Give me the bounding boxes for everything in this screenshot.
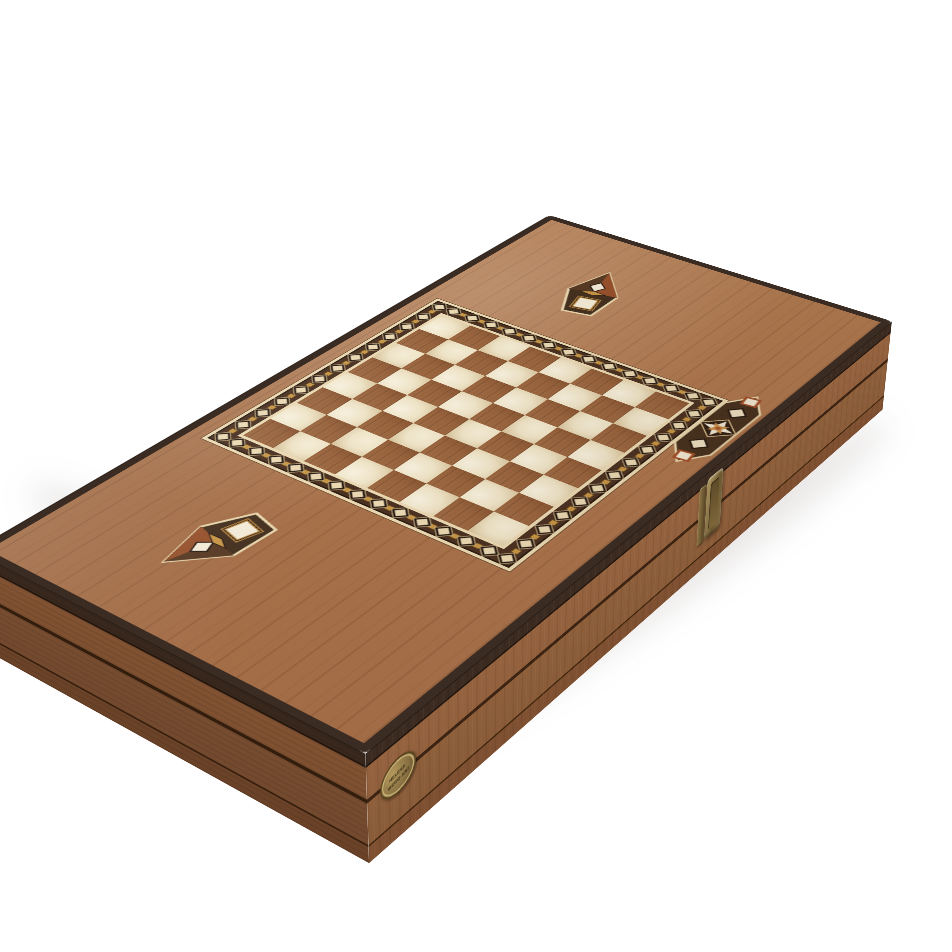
board-square	[460, 479, 519, 511]
band-gold-square-inlay	[471, 543, 483, 550]
board-square	[591, 423, 647, 452]
band-diamond-inlay	[497, 553, 515, 563]
band-diamond-inlay	[229, 439, 244, 447]
board-square	[394, 453, 452, 484]
board-square	[534, 427, 591, 457]
board-square	[367, 470, 426, 502]
band-gold-square-inlay	[240, 444, 252, 450]
band-gold-square-inlay	[665, 428, 676, 434]
board-square	[335, 457, 394, 488]
band-diamond-inlay	[330, 364, 344, 371]
band-diamond-inlay	[293, 386, 307, 394]
band-diamond-inlay	[663, 385, 679, 393]
board-square	[544, 457, 602, 488]
band-diamond-inlay	[642, 377, 658, 385]
band-diamond-inlay	[400, 323, 414, 330]
band-diamond-inlay	[465, 315, 479, 322]
mosaic-border-left	[223, 436, 504, 560]
band-diamond-inlay	[288, 464, 303, 473]
backgammon-chess-case: HELENA WOOD ART	[0, 216, 892, 754]
band-diamond-inlay	[432, 304, 446, 311]
band-diamond-inlay	[215, 433, 230, 441]
band-diamond-inlay	[435, 527, 452, 537]
band-diamond-inlay	[700, 398, 717, 406]
brass-clasp	[696, 466, 725, 551]
band-gold-square-inlay	[583, 492, 595, 498]
board-square	[510, 444, 567, 475]
band-diamond-inlay	[502, 328, 517, 335]
band-diamond-inlay	[601, 363, 617, 370]
band-diamond-inlay	[480, 546, 498, 556]
chessboard-field	[237, 313, 694, 549]
brand-badge: HELENA WOOD ART	[378, 741, 419, 809]
band-diamond-inlay	[383, 333, 397, 340]
board-square	[452, 448, 510, 479]
band-diamond-inlay	[588, 484, 605, 493]
band-diamond-inlay	[255, 409, 270, 417]
band-diamond-inlay	[274, 397, 288, 405]
band-diamond-inlay	[654, 433, 671, 441]
band-gold-square-inlay	[280, 461, 292, 467]
board-square	[477, 431, 534, 461]
band-diamond-inlay	[308, 472, 324, 481]
band-gold-square-inlay	[529, 533, 541, 540]
band-gold-square-inlay	[300, 469, 312, 475]
band-gold-square-inlay	[547, 519, 559, 526]
band-diamond-inlay	[235, 421, 250, 429]
band-gold-square-inlay	[426, 524, 438, 531]
board-square	[519, 475, 578, 507]
band-diamond-inlay	[522, 335, 537, 342]
band-diamond-inlay	[685, 410, 702, 418]
kite-inlay-left	[141, 503, 293, 581]
board-square	[420, 436, 477, 466]
band-gold-square-inlay	[600, 479, 612, 485]
band-gold-square-inlay	[633, 453, 644, 459]
band-diamond-inlay	[639, 445, 656, 453]
band-diamond-inlay	[366, 343, 380, 350]
band-diamond-inlay	[561, 349, 576, 356]
band-gold-square-inlay	[320, 478, 332, 484]
band-diamond-inlay	[621, 370, 637, 377]
board-square	[362, 440, 420, 470]
band-gold-square-inlay	[449, 533, 461, 540]
band-diamond-inlay	[268, 455, 283, 464]
board-square	[388, 423, 445, 452]
band-diamond-inlay	[571, 497, 588, 506]
band-diamond-inlay	[416, 313, 430, 320]
band-diamond-inlay	[606, 471, 623, 480]
band-diamond-inlay	[349, 490, 365, 499]
band-diamond-inlay	[541, 342, 556, 349]
board-square	[494, 493, 554, 526]
band-diamond-inlay	[413, 517, 430, 527]
band-gold-square-inlay	[510, 548, 522, 555]
band-gold-square-inlay	[405, 514, 417, 521]
kite-inlay-right	[546, 266, 638, 321]
band-diamond-inlay	[348, 354, 362, 361]
band-diamond-inlay	[581, 356, 596, 363]
board-square	[400, 483, 460, 516]
board-square	[304, 444, 362, 475]
band-gold-square-inlay	[565, 505, 577, 512]
band-gold-square-inlay	[649, 441, 660, 447]
band-diamond-inlay	[553, 511, 571, 520]
board-square	[331, 427, 388, 457]
band-diamond-inlay	[535, 525, 553, 535]
band-diamond-inlay	[622, 458, 639, 467]
band-diamond-inlay	[684, 392, 701, 400]
band-diamond-inlay	[516, 539, 534, 549]
band-diamond-inlay	[249, 447, 264, 456]
board-square	[485, 461, 543, 492]
band-gold-square-inlay	[260, 452, 272, 458]
band-gold-square-inlay	[227, 428, 238, 434]
board-square	[426, 466, 485, 498]
board-square	[433, 497, 493, 530]
band-diamond-inlay	[370, 499, 386, 508]
band-gold-square-inlay	[341, 487, 353, 493]
band-diamond-inlay	[670, 421, 687, 429]
band-diamond-inlay	[312, 375, 326, 382]
band-diamond-inlay	[328, 481, 344, 490]
band-gold-square-inlay	[383, 505, 395, 512]
band-gold-square-inlay	[617, 466, 629, 472]
board-square	[273, 431, 331, 461]
band-diamond-inlay	[457, 536, 474, 546]
band-diamond-inlay	[392, 508, 409, 517]
band-diamond-inlay	[446, 308, 460, 315]
board-square	[468, 511, 529, 545]
band-diamond-inlay	[483, 322, 497, 329]
product-photo-scene: HELENA WOOD ART	[0, 0, 952, 952]
band-gold-square-inlay	[362, 496, 374, 503]
board-square	[567, 440, 624, 470]
